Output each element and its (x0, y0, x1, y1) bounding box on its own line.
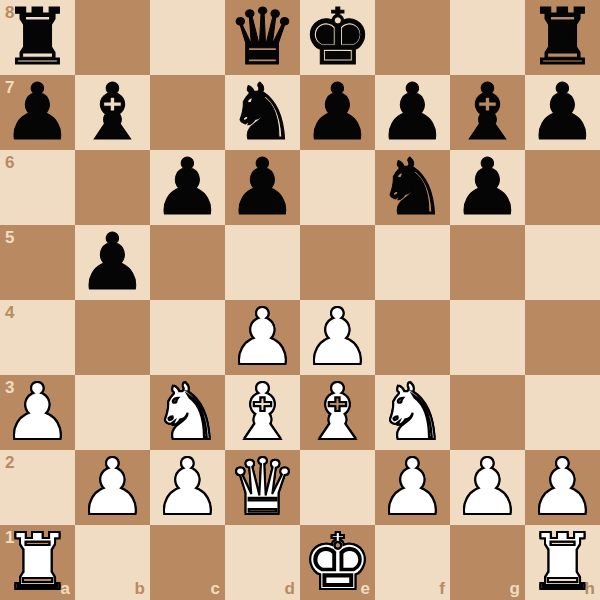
square-d5[interactable] (225, 225, 300, 300)
file-label-d: d (285, 580, 295, 597)
file-label-c: c (211, 580, 220, 597)
square-c2[interactable]: ♟ (150, 450, 225, 525)
black-bishop-icon[interactable]: ♝ (78, 75, 148, 150)
square-e6[interactable] (300, 150, 375, 225)
chess-board: 8♜♛♚♜7♟♝♞♟♟♝♟6♟♟♞♟5♟4♟♟3♟♞♝♝♞2♟♟♛♟♟♟1a♜b… (0, 0, 600, 600)
black-pawn-icon[interactable]: ♟ (303, 75, 373, 150)
square-h2[interactable]: ♟ (525, 450, 600, 525)
square-b8[interactable] (75, 0, 150, 75)
square-b7[interactable]: ♝ (75, 75, 150, 150)
square-d7[interactable]: ♞ (225, 75, 300, 150)
square-d3[interactable]: ♝ (225, 375, 300, 450)
black-knight-icon[interactable]: ♞ (378, 150, 448, 225)
black-pawn-icon[interactable]: ♟ (78, 225, 148, 300)
square-h4[interactable] (525, 300, 600, 375)
file-label-a: a (61, 580, 70, 597)
square-g5[interactable] (450, 225, 525, 300)
file-label-f: f (439, 580, 445, 597)
square-b1[interactable]: b (75, 525, 150, 600)
square-d1[interactable]: d (225, 525, 300, 600)
white-pawn-icon[interactable]: ♟ (228, 300, 298, 375)
square-a2[interactable]: 2 (0, 450, 75, 525)
white-pawn-icon[interactable]: ♟ (153, 450, 223, 525)
file-label-e: e (361, 580, 370, 597)
square-c3[interactable]: ♞ (150, 375, 225, 450)
square-h5[interactable] (525, 225, 600, 300)
square-c7[interactable] (150, 75, 225, 150)
square-d2[interactable]: ♛ (225, 450, 300, 525)
square-e1[interactable]: e♚ (300, 525, 375, 600)
white-pawn-icon[interactable]: ♟ (453, 450, 523, 525)
square-a6[interactable]: 6 (0, 150, 75, 225)
square-e5[interactable] (300, 225, 375, 300)
rank-label-4: 4 (5, 304, 14, 321)
square-d4[interactable]: ♟ (225, 300, 300, 375)
square-f3[interactable]: ♞ (375, 375, 450, 450)
rank-label-5: 5 (5, 229, 14, 246)
black-pawn-icon[interactable]: ♟ (228, 150, 298, 225)
square-a8[interactable]: 8♜ (0, 0, 75, 75)
square-a7[interactable]: 7♟ (0, 75, 75, 150)
white-queen-icon[interactable]: ♛ (228, 450, 298, 525)
black-queen-icon[interactable]: ♛ (228, 0, 298, 75)
square-f4[interactable] (375, 300, 450, 375)
square-f5[interactable] (375, 225, 450, 300)
black-bishop-icon[interactable]: ♝ (453, 75, 523, 150)
square-b3[interactable] (75, 375, 150, 450)
black-pawn-icon[interactable]: ♟ (528, 75, 598, 150)
black-rook-icon[interactable]: ♜ (528, 0, 598, 75)
square-c4[interactable] (150, 300, 225, 375)
black-pawn-icon[interactable]: ♟ (153, 150, 223, 225)
square-a3[interactable]: 3♟ (0, 375, 75, 450)
white-pawn-icon[interactable]: ♟ (303, 300, 373, 375)
file-label-h: h (585, 580, 595, 597)
square-h1[interactable]: h♜ (525, 525, 600, 600)
square-e3[interactable]: ♝ (300, 375, 375, 450)
square-c5[interactable] (150, 225, 225, 300)
square-b2[interactable]: ♟ (75, 450, 150, 525)
square-g2[interactable]: ♟ (450, 450, 525, 525)
black-knight-icon[interactable]: ♞ (228, 75, 298, 150)
square-e7[interactable]: ♟ (300, 75, 375, 150)
square-g1[interactable]: g (450, 525, 525, 600)
white-pawn-icon[interactable]: ♟ (378, 450, 448, 525)
white-pawn-icon[interactable]: ♟ (78, 450, 148, 525)
square-g7[interactable]: ♝ (450, 75, 525, 150)
square-h6[interactable] (525, 150, 600, 225)
square-e8[interactable]: ♚ (300, 0, 375, 75)
square-h8[interactable]: ♜ (525, 0, 600, 75)
square-d6[interactable]: ♟ (225, 150, 300, 225)
square-a4[interactable]: 4 (0, 300, 75, 375)
white-pawn-icon[interactable]: ♟ (528, 450, 598, 525)
white-knight-icon[interactable]: ♞ (153, 375, 223, 450)
square-c8[interactable] (150, 0, 225, 75)
black-pawn-icon[interactable]: ♟ (453, 150, 523, 225)
black-pawn-icon[interactable]: ♟ (378, 75, 448, 150)
square-g8[interactable] (450, 0, 525, 75)
square-c6[interactable]: ♟ (150, 150, 225, 225)
file-label-g: g (510, 580, 520, 597)
square-f8[interactable] (375, 0, 450, 75)
square-f2[interactable]: ♟ (375, 450, 450, 525)
chess-board-container: 8♜♛♚♜7♟♝♞♟♟♝♟6♟♟♞♟5♟4♟♟3♟♞♝♝♞2♟♟♛♟♟♟1a♜b… (0, 0, 600, 600)
square-f6[interactable]: ♞ (375, 150, 450, 225)
square-e2[interactable] (300, 450, 375, 525)
square-e4[interactable]: ♟ (300, 300, 375, 375)
square-a5[interactable]: 5 (0, 225, 75, 300)
rank-label-8: 8 (5, 4, 14, 21)
white-knight-icon[interactable]: ♞ (378, 375, 448, 450)
rank-label-6: 6 (5, 154, 14, 171)
white-bishop-icon[interactable]: ♝ (303, 375, 373, 450)
rank-label-1: 1 (5, 529, 14, 546)
square-b4[interactable] (75, 300, 150, 375)
square-b5[interactable]: ♟ (75, 225, 150, 300)
square-g3[interactable] (450, 375, 525, 450)
square-f7[interactable]: ♟ (375, 75, 450, 150)
square-a1[interactable]: 1a♜ (0, 525, 75, 600)
square-c1[interactable]: c (150, 525, 225, 600)
rank-label-7: 7 (5, 79, 14, 96)
square-f1[interactable]: f (375, 525, 450, 600)
square-g6[interactable]: ♟ (450, 150, 525, 225)
white-bishop-icon[interactable]: ♝ (228, 375, 298, 450)
rank-label-2: 2 (5, 454, 14, 471)
square-b6[interactable] (75, 150, 150, 225)
square-h7[interactable]: ♟ (525, 75, 600, 150)
black-king-icon[interactable]: ♚ (303, 0, 373, 75)
rank-label-3: 3 (5, 379, 14, 396)
file-label-b: b (135, 580, 145, 597)
square-d8[interactable]: ♛ (225, 0, 300, 75)
square-g4[interactable] (450, 300, 525, 375)
square-h3[interactable] (525, 375, 600, 450)
